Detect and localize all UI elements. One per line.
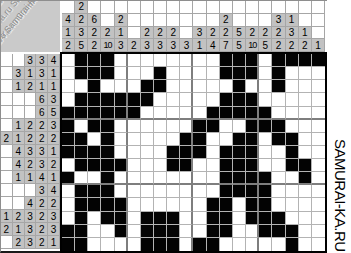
- grid-cell-filled[interactable]: [220, 185, 233, 198]
- grid-cell-empty[interactable]: [154, 133, 167, 146]
- grid-cell-filled[interactable]: [62, 146, 75, 159]
- grid-cell-empty[interactable]: [180, 107, 193, 120]
- grid-cell-empty[interactable]: [207, 54, 220, 67]
- grid-cell-empty[interactable]: [299, 225, 312, 238]
- grid-cell-filled[interactable]: [141, 93, 154, 106]
- grid-cell-filled[interactable]: [101, 93, 114, 106]
- grid-cell-empty[interactable]: [272, 185, 285, 198]
- grid-cell-filled[interactable]: [154, 80, 167, 93]
- grid-cell-empty[interactable]: [272, 146, 285, 159]
- grid-cell-empty[interactable]: [167, 185, 180, 198]
- grid-cell-empty[interactable]: [312, 172, 325, 185]
- grid-cell-empty[interactable]: [128, 146, 141, 159]
- grid-cell-empty[interactable]: [88, 212, 101, 225]
- grid-cell-filled[interactable]: [180, 146, 193, 159]
- grid-cell-empty[interactable]: [233, 212, 246, 225]
- grid-cell-empty[interactable]: [286, 198, 299, 211]
- grid-cell-filled[interactable]: [259, 107, 272, 120]
- grid-cell-filled[interactable]: [101, 146, 114, 159]
- grid-cell-empty[interactable]: [299, 133, 312, 146]
- grid-cell-filled[interactable]: [88, 54, 101, 67]
- grid-cell-filled[interactable]: [220, 225, 233, 238]
- grid-cell-empty[interactable]: [312, 185, 325, 198]
- grid-cell-filled[interactable]: [62, 225, 75, 238]
- grid-cell-filled[interactable]: [62, 107, 75, 120]
- grid-cell-filled[interactable]: [154, 238, 167, 251]
- grid-cell-filled[interactable]: [207, 225, 220, 238]
- grid-cell-filled[interactable]: [101, 159, 114, 172]
- grid-cell-filled[interactable]: [272, 225, 285, 238]
- grid-cell-empty[interactable]: [246, 80, 259, 93]
- grid-cell-filled[interactable]: [62, 172, 75, 185]
- grid-cell-filled[interactable]: [286, 133, 299, 146]
- grid-cell-empty[interactable]: [220, 120, 233, 133]
- grid-cell-empty[interactable]: [141, 133, 154, 146]
- grid-cell-filled[interactable]: [167, 225, 180, 238]
- grid-cell-empty[interactable]: [167, 93, 180, 106]
- grid-cell-filled[interactable]: [259, 172, 272, 185]
- grid-cell-filled[interactable]: [207, 198, 220, 211]
- grid-cell-filled[interactable]: [233, 93, 246, 106]
- grid-cell-empty[interactable]: [286, 80, 299, 93]
- grid-cell-filled[interactable]: [75, 185, 88, 198]
- grid-cell-filled[interactable]: [246, 120, 259, 133]
- grid-cell-empty[interactable]: [193, 67, 206, 80]
- grid-cell-empty[interactable]: [259, 133, 272, 146]
- grid-cell-empty[interactable]: [180, 67, 193, 80]
- grid-cell-empty[interactable]: [62, 54, 75, 67]
- grid-cell-filled[interactable]: [75, 238, 88, 251]
- grid-cell-empty[interactable]: [259, 93, 272, 106]
- grid-cell-empty[interactable]: [141, 54, 154, 67]
- grid-cell-empty[interactable]: [299, 212, 312, 225]
- grid-cell-empty[interactable]: [233, 225, 246, 238]
- grid-cell-filled[interactable]: [75, 159, 88, 172]
- grid-cell-empty[interactable]: [128, 67, 141, 80]
- grid-cell-empty[interactable]: [207, 67, 220, 80]
- grid-cell-filled[interactable]: [299, 159, 312, 172]
- grid-cell-empty[interactable]: [272, 93, 285, 106]
- grid-cell-filled[interactable]: [88, 159, 101, 172]
- grid-cell-empty[interactable]: [312, 120, 325, 133]
- grid-cell-empty[interactable]: [312, 67, 325, 80]
- grid-cell-empty[interactable]: [101, 225, 114, 238]
- grid-cell-filled[interactable]: [220, 159, 233, 172]
- grid-cell-empty[interactable]: [128, 133, 141, 146]
- grid-cell-empty[interactable]: [115, 54, 128, 67]
- grid-cell-empty[interactable]: [220, 80, 233, 93]
- grid-cell-filled[interactable]: [101, 212, 114, 225]
- grid-cell-empty[interactable]: [167, 198, 180, 211]
- grid-cell-empty[interactable]: [259, 159, 272, 172]
- grid-cell-filled[interactable]: [233, 159, 246, 172]
- grid-cell-empty[interactable]: [286, 120, 299, 133]
- grid-cell-empty[interactable]: [299, 120, 312, 133]
- grid-cell-filled[interactable]: [246, 198, 259, 211]
- grid-cell-empty[interactable]: [312, 107, 325, 120]
- grid-cell-filled[interactable]: [220, 93, 233, 106]
- grid-cell-filled[interactable]: [75, 67, 88, 80]
- grid-cell-empty[interactable]: [312, 225, 325, 238]
- grid-cell-empty[interactable]: [220, 238, 233, 251]
- grid-cell-empty[interactable]: [128, 159, 141, 172]
- grid-cell-filled[interactable]: [115, 107, 128, 120]
- grid-cell-empty[interactable]: [180, 120, 193, 133]
- grid-cell-empty[interactable]: [62, 159, 75, 172]
- grid-cell-filled[interactable]: [115, 225, 128, 238]
- grid-cell-filled[interactable]: [115, 159, 128, 172]
- grid-cell-empty[interactable]: [101, 80, 114, 93]
- grid-cell-filled[interactable]: [259, 198, 272, 211]
- grid-cell-empty[interactable]: [141, 67, 154, 80]
- grid-cell-filled[interactable]: [233, 107, 246, 120]
- grid-cell-empty[interactable]: [286, 67, 299, 80]
- grid-cell-empty[interactable]: [207, 133, 220, 146]
- grid-cell-empty[interactable]: [141, 146, 154, 159]
- grid-cell-filled[interactable]: [180, 159, 193, 172]
- grid-cell-filled[interactable]: [141, 238, 154, 251]
- grid-cell-filled[interactable]: [88, 93, 101, 106]
- grid-cell-empty[interactable]: [88, 133, 101, 146]
- grid-cell-filled[interactable]: [220, 67, 233, 80]
- grid-cell-filled[interactable]: [75, 54, 88, 67]
- grid-cell-empty[interactable]: [246, 225, 259, 238]
- grid-cell-filled[interactable]: [286, 146, 299, 159]
- grid-cell-filled[interactable]: [62, 238, 75, 251]
- grid-cell-empty[interactable]: [88, 238, 101, 251]
- grid-cell-empty[interactable]: [233, 198, 246, 211]
- grid-cell-filled[interactable]: [62, 120, 75, 133]
- grid-cell-empty[interactable]: [128, 212, 141, 225]
- grid-cell-filled[interactable]: [88, 80, 101, 93]
- grid-cell-empty[interactable]: [154, 107, 167, 120]
- grid-cell-filled[interactable]: [246, 146, 259, 159]
- grid-cell-filled[interactable]: [246, 67, 259, 80]
- grid-cell-empty[interactable]: [115, 133, 128, 146]
- grid-cell-empty[interactable]: [128, 238, 141, 251]
- grid-cell-empty[interactable]: [193, 212, 206, 225]
- grid-cell-filled[interactable]: [101, 67, 114, 80]
- grid-cell-empty[interactable]: [312, 80, 325, 93]
- grid-cell-empty[interactable]: [299, 198, 312, 211]
- grid-cell-filled[interactable]: [233, 67, 246, 80]
- grid-cell-empty[interactable]: [207, 80, 220, 93]
- grid-cell-filled[interactable]: [193, 238, 206, 251]
- grid-cell-empty[interactable]: [193, 107, 206, 120]
- grid-cell-filled[interactable]: [167, 159, 180, 172]
- grid-cell-empty[interactable]: [207, 185, 220, 198]
- grid-cell-empty[interactable]: [207, 93, 220, 106]
- grid-cell-filled[interactable]: [233, 80, 246, 93]
- grid-cell-filled[interactable]: [259, 212, 272, 225]
- grid-cell-empty[interactable]: [62, 198, 75, 211]
- grid-cell-filled[interactable]: [75, 107, 88, 120]
- grid-cell-filled[interactable]: [128, 93, 141, 106]
- grid-cell-empty[interactable]: [207, 172, 220, 185]
- grid-cell-filled[interactable]: [272, 212, 285, 225]
- grid-cell-filled[interactable]: [246, 212, 259, 225]
- grid-cell-empty[interactable]: [167, 133, 180, 146]
- grid-cell-empty[interactable]: [299, 238, 312, 251]
- grid-cell-empty[interactable]: [312, 238, 325, 251]
- grid-cell-empty[interactable]: [180, 93, 193, 106]
- grid-cell-filled[interactable]: [246, 93, 259, 106]
- grid-cell-empty[interactable]: [272, 107, 285, 120]
- grid-cell-empty[interactable]: [128, 120, 141, 133]
- grid-cell-filled[interactable]: [141, 80, 154, 93]
- grid-cell-empty[interactable]: [220, 133, 233, 146]
- grid-cell-empty[interactable]: [246, 238, 259, 251]
- grid-cell-empty[interactable]: [115, 185, 128, 198]
- grid-cell-empty[interactable]: [286, 93, 299, 106]
- grid-cell-empty[interactable]: [115, 238, 128, 251]
- grid-cell-filled[interactable]: [207, 238, 220, 251]
- grid-cell-filled[interactable]: [286, 238, 299, 251]
- grid-cell-empty[interactable]: [128, 172, 141, 185]
- grid-cell-filled[interactable]: [88, 67, 101, 80]
- grid-cell-filled[interactable]: [272, 120, 285, 133]
- grid-cell-filled[interactable]: [128, 107, 141, 120]
- grid-cell-filled[interactable]: [286, 225, 299, 238]
- grid-cell-empty[interactable]: [259, 146, 272, 159]
- grid-cell-empty[interactable]: [312, 133, 325, 146]
- grid-cell-filled[interactable]: [246, 107, 259, 120]
- grid-cell-empty[interactable]: [154, 172, 167, 185]
- grid-cell-filled[interactable]: [272, 54, 285, 67]
- grid-cell-empty[interactable]: [286, 107, 299, 120]
- grid-cell-empty[interactable]: [115, 146, 128, 159]
- grid-cell-empty[interactable]: [299, 107, 312, 120]
- grid-cell-filled[interactable]: [154, 67, 167, 80]
- grid-cell-filled[interactable]: [75, 93, 88, 106]
- grid-cell-empty[interactable]: [75, 172, 88, 185]
- grid-cell-filled[interactable]: [299, 54, 312, 67]
- grid-cell-empty[interactable]: [62, 67, 75, 80]
- grid-cell-filled[interactable]: [101, 107, 114, 120]
- grid-cell-filled[interactable]: [75, 225, 88, 238]
- grid-cell-filled[interactable]: [246, 185, 259, 198]
- grid-cell-filled[interactable]: [233, 146, 246, 159]
- grid-cell-filled[interactable]: [101, 185, 114, 198]
- grid-cell-empty[interactable]: [233, 238, 246, 251]
- grid-cell-filled[interactable]: [101, 120, 114, 133]
- grid-cell-filled[interactable]: [141, 212, 154, 225]
- grid-cell-empty[interactable]: [193, 54, 206, 67]
- grid-cell-empty[interactable]: [167, 54, 180, 67]
- grid-cell-empty[interactable]: [312, 93, 325, 106]
- grid-cell-empty[interactable]: [154, 54, 167, 67]
- grid-cell-filled[interactable]: [193, 120, 206, 133]
- grid-cell-empty[interactable]: [286, 212, 299, 225]
- grid-cell-filled[interactable]: [312, 54, 325, 67]
- grid-cell-empty[interactable]: [312, 198, 325, 211]
- grid-cell-empty[interactable]: [128, 80, 141, 93]
- grid-cell-filled[interactable]: [220, 54, 233, 67]
- grid-cell-filled[interactable]: [207, 120, 220, 133]
- grid-cell-filled[interactable]: [115, 93, 128, 106]
- grid-cell-filled[interactable]: [286, 159, 299, 172]
- grid-cell-filled[interactable]: [259, 225, 272, 238]
- grid-cell-filled[interactable]: [167, 238, 180, 251]
- grid-cell-filled[interactable]: [115, 198, 128, 211]
- grid-cell-empty[interactable]: [193, 185, 206, 198]
- grid-cell-empty[interactable]: [167, 67, 180, 80]
- grid-cell-filled[interactable]: [220, 146, 233, 159]
- grid-cell-filled[interactable]: [220, 198, 233, 211]
- grid-cell-filled[interactable]: [220, 107, 233, 120]
- grid-cell-empty[interactable]: [272, 172, 285, 185]
- grid-cell-filled[interactable]: [259, 185, 272, 198]
- grid-cell-filled[interactable]: [272, 80, 285, 93]
- grid-cell-empty[interactable]: [180, 225, 193, 238]
- grid-cell-empty[interactable]: [286, 185, 299, 198]
- grid-cell-filled[interactable]: [101, 133, 114, 146]
- grid-cell-empty[interactable]: [193, 80, 206, 93]
- grid-cell-empty[interactable]: [272, 198, 285, 211]
- grid-cell-filled[interactable]: [75, 212, 88, 225]
- grid-cell-filled[interactable]: [88, 120, 101, 133]
- grid-cell-empty[interactable]: [180, 185, 193, 198]
- grid-cell-empty[interactable]: [180, 198, 193, 211]
- grid-cell-empty[interactable]: [154, 146, 167, 159]
- grid-cell-empty[interactable]: [193, 198, 206, 211]
- grid-cell-empty[interactable]: [115, 67, 128, 80]
- grid-cell-empty[interactable]: [207, 159, 220, 172]
- grid-cell-empty[interactable]: [154, 198, 167, 211]
- grid-cell-filled[interactable]: [115, 212, 128, 225]
- grid-cell-empty[interactable]: [128, 185, 141, 198]
- grid-cell-empty[interactable]: [141, 159, 154, 172]
- grid-cell-empty[interactable]: [101, 238, 114, 251]
- grid-cell-empty[interactable]: [128, 54, 141, 67]
- grid-cell-filled[interactable]: [167, 212, 180, 225]
- grid-cell-filled[interactable]: [75, 198, 88, 211]
- grid-cell-filled[interactable]: [207, 107, 220, 120]
- grid-cell-filled[interactable]: [101, 54, 114, 67]
- grid-cell-empty[interactable]: [180, 80, 193, 93]
- grid-cell-filled[interactable]: [141, 225, 154, 238]
- grid-cell-empty[interactable]: [141, 198, 154, 211]
- grid-cell-empty[interactable]: [259, 238, 272, 251]
- grid-cell-empty[interactable]: [88, 225, 101, 238]
- grid-cell-empty[interactable]: [299, 146, 312, 159]
- grid-cell-filled[interactable]: [75, 133, 88, 146]
- grid-cell-empty[interactable]: [272, 159, 285, 172]
- grid-cell-filled[interactable]: [246, 54, 259, 67]
- grid-cell-filled[interactable]: [220, 212, 233, 225]
- grid-cell-filled[interactable]: [246, 159, 259, 172]
- grid-cell-empty[interactable]: [88, 172, 101, 185]
- grid-cell-filled[interactable]: [154, 212, 167, 225]
- grid-cell-empty[interactable]: [154, 120, 167, 133]
- grid-cell-empty[interactable]: [193, 159, 206, 172]
- grid-cell-empty[interactable]: [312, 212, 325, 225]
- grid-cell-empty[interactable]: [75, 120, 88, 133]
- grid-cell-empty[interactable]: [312, 159, 325, 172]
- grid-cell-empty[interactable]: [128, 198, 141, 211]
- grid-cell-empty[interactable]: [62, 185, 75, 198]
- grid-cell-empty[interactable]: [180, 212, 193, 225]
- grid-cell-filled[interactable]: [101, 172, 114, 185]
- grid-cell-empty[interactable]: [141, 185, 154, 198]
- grid-cell-empty[interactable]: [141, 120, 154, 133]
- grid-cell-filled[interactable]: [101, 198, 114, 211]
- grid-cell-filled[interactable]: [233, 185, 246, 198]
- grid-cell-empty[interactable]: [62, 93, 75, 106]
- grid-cell-filled[interactable]: [88, 185, 101, 198]
- grid-cell-filled[interactable]: [286, 54, 299, 67]
- grid-cell-empty[interactable]: [312, 146, 325, 159]
- grid-cell-empty[interactable]: [62, 212, 75, 225]
- grid-cell-empty[interactable]: [141, 172, 154, 185]
- grid-cell-empty[interactable]: [128, 225, 141, 238]
- grid-cell-empty[interactable]: [233, 120, 246, 133]
- grid-cell-empty[interactable]: [154, 93, 167, 106]
- grid-cell-empty[interactable]: [75, 80, 88, 93]
- grid-cell-filled[interactable]: [246, 133, 259, 146]
- grid-cell-empty[interactable]: [193, 172, 206, 185]
- grid-cell-filled[interactable]: [88, 146, 101, 159]
- grid-cell-empty[interactable]: [167, 120, 180, 133]
- grid-cell-filled[interactable]: [233, 133, 246, 146]
- grid-cell-empty[interactable]: [286, 172, 299, 185]
- grid-cell-empty[interactable]: [180, 172, 193, 185]
- grid-cell-empty[interactable]: [167, 107, 180, 120]
- grid-cell-filled[interactable]: [272, 67, 285, 80]
- grid-cell-filled[interactable]: [259, 120, 272, 133]
- grid-cell-filled[interactable]: [272, 133, 285, 146]
- grid-cell-filled[interactable]: [75, 146, 88, 159]
- grid-cell-filled[interactable]: [233, 54, 246, 67]
- grid-cell-empty[interactable]: [193, 225, 206, 238]
- grid-cell-filled[interactable]: [154, 225, 167, 238]
- grid-cell-empty[interactable]: [259, 67, 272, 80]
- grid-cell-filled[interactable]: [220, 172, 233, 185]
- grid-cell-filled[interactable]: [88, 198, 101, 211]
- grid-cell-empty[interactable]: [115, 120, 128, 133]
- grid-cell-empty[interactable]: [180, 238, 193, 251]
- grid-cell-empty[interactable]: [259, 80, 272, 93]
- grid-cell-empty[interactable]: [115, 80, 128, 93]
- grid-cell-empty[interactable]: [62, 80, 75, 93]
- grid-cell-empty[interactable]: [299, 185, 312, 198]
- grid-cell-empty[interactable]: [193, 93, 206, 106]
- grid-cell-empty[interactable]: [299, 93, 312, 106]
- grid-cell-empty[interactable]: [299, 67, 312, 80]
- grid-cell-empty[interactable]: [272, 238, 285, 251]
- grid-cell-filled[interactable]: [62, 133, 75, 146]
- grid-cell-filled[interactable]: [246, 172, 259, 185]
- grid-cell-filled[interactable]: [167, 146, 180, 159]
- grid-cell-filled[interactable]: [207, 212, 220, 225]
- grid-cell-empty[interactable]: [299, 80, 312, 93]
- grid-cell-filled[interactable]: [299, 172, 312, 185]
- grid-cell-filled[interactable]: [180, 133, 193, 146]
- grid-cell-empty[interactable]: [167, 80, 180, 93]
- grid-cell-empty[interactable]: [259, 54, 272, 67]
- grid-cell-filled[interactable]: [88, 107, 101, 120]
- grid-cell-empty[interactable]: [207, 146, 220, 159]
- grid-cell-empty[interactable]: [154, 185, 167, 198]
- grid-cell-empty[interactable]: [115, 172, 128, 185]
- grid-cell-empty[interactable]: [141, 107, 154, 120]
- grid-cell-empty[interactable]: [167, 172, 180, 185]
- grid-cell-filled[interactable]: [193, 133, 206, 146]
- grid-cell-empty[interactable]: [154, 159, 167, 172]
- grid-cell-filled[interactable]: [233, 172, 246, 185]
- grid-cell-empty[interactable]: [180, 54, 193, 67]
- grid-cell-filled[interactable]: [193, 146, 206, 159]
